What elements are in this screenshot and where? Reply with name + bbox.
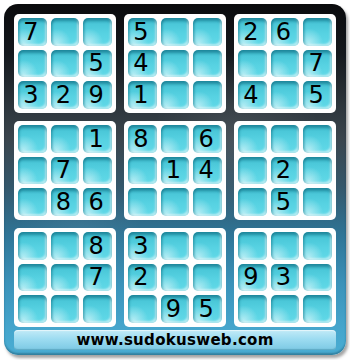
cell-r8c9[interactable] — [303, 264, 332, 292]
cell-r6c9[interactable] — [303, 188, 332, 216]
box-5: 8614 — [124, 121, 226, 220]
cell-r4c6[interactable]: 6 — [193, 125, 222, 153]
cell-r6c7[interactable] — [238, 188, 267, 216]
cell-r2c4[interactable]: 4 — [128, 50, 157, 78]
box-3: 26745 — [234, 14, 336, 113]
cell-r7c4[interactable]: 3 — [128, 232, 157, 260]
cell-r5c2[interactable]: 7 — [51, 157, 80, 185]
cell-r9c4[interactable] — [128, 295, 157, 323]
cell-r5c6[interactable]: 4 — [193, 157, 222, 185]
cell-r3c8[interactable] — [271, 81, 300, 109]
footer-bar: www.sudokusweb.com — [14, 330, 336, 350]
cell-r9c1[interactable] — [18, 295, 47, 323]
cell-r3c9[interactable]: 5 — [303, 81, 332, 109]
cell-r7c6[interactable] — [193, 232, 222, 260]
cell-r4c8[interactable] — [271, 125, 300, 153]
cell-r3c4[interactable]: 1 — [128, 81, 157, 109]
box-1: 75329 — [14, 14, 116, 113]
cell-r9c6[interactable]: 5 — [193, 295, 222, 323]
cell-r1c2[interactable] — [51, 18, 80, 46]
cell-r9c8[interactable] — [271, 295, 300, 323]
cell-r1c8[interactable]: 6 — [271, 18, 300, 46]
cell-r4c1[interactable] — [18, 125, 47, 153]
sudoku-board: 7532954126745178686142587329593 www.sudo… — [4, 4, 346, 355]
cell-r7c8[interactable] — [271, 232, 300, 260]
cell-r2c9[interactable]: 7 — [303, 50, 332, 78]
cell-r2c3[interactable]: 5 — [83, 50, 112, 78]
cell-r8c6[interactable] — [193, 264, 222, 292]
cell-r2c6[interactable] — [193, 50, 222, 78]
cell-r5c5[interactable]: 1 — [161, 157, 190, 185]
cell-r9c5[interactable]: 9 — [161, 295, 190, 323]
cell-r7c7[interactable] — [238, 232, 267, 260]
cell-r3c7[interactable]: 4 — [238, 81, 267, 109]
cell-r2c2[interactable] — [51, 50, 80, 78]
cell-r1c3[interactable] — [83, 18, 112, 46]
cell-r3c5[interactable] — [161, 81, 190, 109]
cell-r6c8[interactable]: 5 — [271, 188, 300, 216]
cell-r4c7[interactable] — [238, 125, 267, 153]
cell-r8c3[interactable]: 7 — [83, 264, 112, 292]
sudoku-grid: 7532954126745178686142587329593 — [14, 14, 336, 327]
cell-r2c1[interactable] — [18, 50, 47, 78]
cell-r6c3[interactable]: 6 — [83, 188, 112, 216]
cell-r1c6[interactable] — [193, 18, 222, 46]
cell-r7c2[interactable] — [51, 232, 80, 260]
box-6: 25 — [234, 121, 336, 220]
cell-r7c9[interactable] — [303, 232, 332, 260]
site-url[interactable]: www.sudokusweb.com — [76, 331, 273, 349]
cell-r2c5[interactable] — [161, 50, 190, 78]
cell-r6c6[interactable] — [193, 188, 222, 216]
cell-r3c1[interactable]: 3 — [18, 81, 47, 109]
cell-r9c9[interactable] — [303, 295, 332, 323]
box-8: 3295 — [124, 228, 226, 327]
cell-r8c4[interactable]: 2 — [128, 264, 157, 292]
cell-r8c1[interactable] — [18, 264, 47, 292]
cell-r4c5[interactable] — [161, 125, 190, 153]
cell-r6c4[interactable] — [128, 188, 157, 216]
cell-r9c7[interactable] — [238, 295, 267, 323]
cell-r1c1[interactable]: 7 — [18, 18, 47, 46]
cell-r7c5[interactable] — [161, 232, 190, 260]
cell-r1c5[interactable] — [161, 18, 190, 46]
cell-r8c5[interactable] — [161, 264, 190, 292]
cell-r4c3[interactable]: 1 — [83, 125, 112, 153]
box-4: 1786 — [14, 121, 116, 220]
cell-r3c2[interactable]: 2 — [51, 81, 80, 109]
cell-r2c8[interactable] — [271, 50, 300, 78]
cell-r1c7[interactable]: 2 — [238, 18, 267, 46]
cell-r9c2[interactable] — [51, 295, 80, 323]
box-7: 87 — [14, 228, 116, 327]
cell-r4c4[interactable]: 8 — [128, 125, 157, 153]
page: 7532954126745178686142587329593 www.sudo… — [0, 0, 350, 360]
cell-r4c9[interactable] — [303, 125, 332, 153]
cell-r7c3[interactable]: 8 — [83, 232, 112, 260]
cell-r5c3[interactable] — [83, 157, 112, 185]
cell-r7c1[interactable] — [18, 232, 47, 260]
cell-r1c9[interactable] — [303, 18, 332, 46]
cell-r9c3[interactable] — [83, 295, 112, 323]
cell-r5c1[interactable] — [18, 157, 47, 185]
cell-r3c6[interactable] — [193, 81, 222, 109]
box-9: 93 — [234, 228, 336, 327]
cell-r8c7[interactable]: 9 — [238, 264, 267, 292]
cell-r5c7[interactable] — [238, 157, 267, 185]
cell-r8c8[interactable]: 3 — [271, 264, 300, 292]
cell-r5c8[interactable]: 2 — [271, 157, 300, 185]
cell-r6c2[interactable]: 8 — [51, 188, 80, 216]
cell-r5c9[interactable] — [303, 157, 332, 185]
cell-r2c7[interactable] — [238, 50, 267, 78]
cell-r3c3[interactable]: 9 — [83, 81, 112, 109]
cell-r1c4[interactable]: 5 — [128, 18, 157, 46]
cell-r5c4[interactable] — [128, 157, 157, 185]
cell-r8c2[interactable] — [51, 264, 80, 292]
box-2: 541 — [124, 14, 226, 113]
cell-r6c5[interactable] — [161, 188, 190, 216]
cell-r4c2[interactable] — [51, 125, 80, 153]
cell-r6c1[interactable] — [18, 188, 47, 216]
